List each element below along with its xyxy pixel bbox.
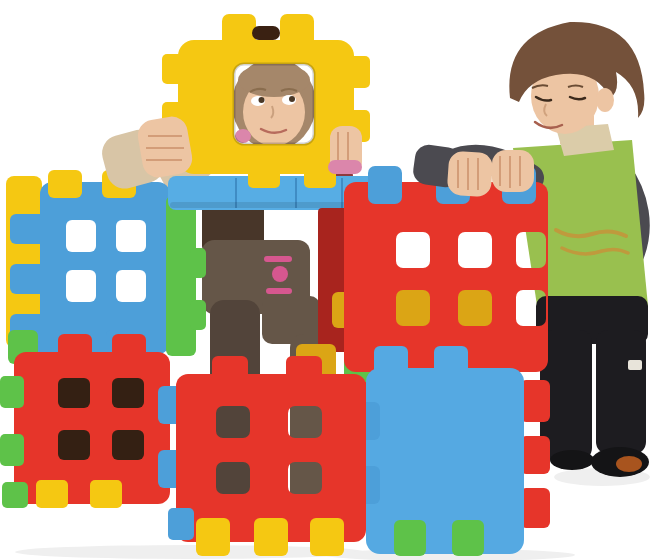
photo-scene	[0, 0, 656, 560]
scene-canvas	[0, 0, 656, 560]
girl-right-hand-overlay	[328, 126, 362, 174]
boy-left-shoe	[550, 450, 594, 470]
boy-shoe-toe	[616, 456, 642, 472]
boy-right-pantleg	[596, 330, 646, 454]
red-waffle-panel-front	[176, 356, 366, 542]
boy-left-hand	[447, 151, 494, 198]
interior-dark-red-strip	[318, 208, 348, 352]
left-red-green-tabs	[0, 376, 28, 508]
boy-pants-label	[628, 360, 642, 370]
boy-ear	[596, 88, 614, 112]
blue-flat-panel	[342, 346, 550, 556]
boy-right-hand-on-block	[492, 150, 534, 192]
red-waffle-panel-right	[344, 182, 548, 372]
center-red-yellow-tabs	[196, 518, 344, 556]
flat-panel-body	[366, 368, 524, 554]
center-red-blue-corner-tab	[168, 508, 194, 540]
girl-bracelet	[328, 160, 362, 174]
blue-waffle-panel	[10, 182, 170, 354]
frame-grip-slot	[252, 26, 280, 40]
